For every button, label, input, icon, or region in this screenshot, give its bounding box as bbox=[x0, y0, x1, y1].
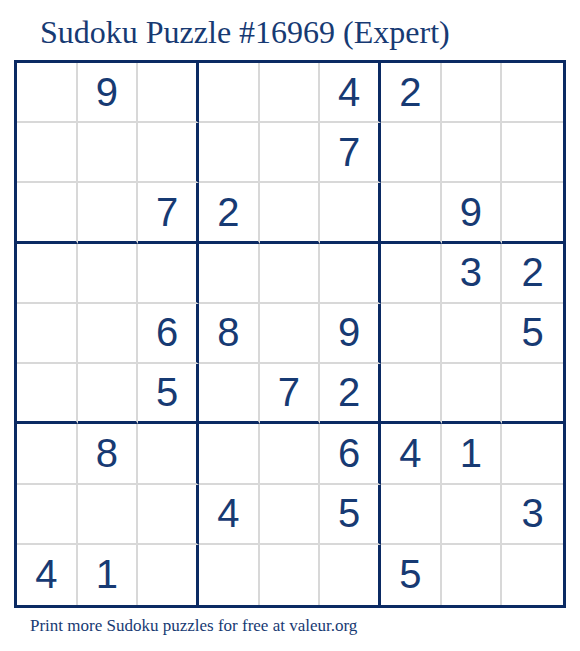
sudoku-cell-empty bbox=[502, 364, 563, 424]
sudoku-cell-empty bbox=[78, 364, 139, 424]
sudoku-grid: 94277293268955728641453415 bbox=[14, 60, 566, 608]
sudoku-cell-empty bbox=[199, 123, 260, 183]
sudoku-cell-empty bbox=[442, 485, 503, 545]
sudoku-cell-given: 5 bbox=[138, 364, 199, 424]
sudoku-cell-given: 7 bbox=[260, 364, 321, 424]
sudoku-cell-empty bbox=[381, 123, 442, 183]
sudoku-cell-given: 6 bbox=[138, 304, 199, 364]
sudoku-cell-given: 2 bbox=[381, 63, 442, 123]
sudoku-cell-empty bbox=[17, 183, 78, 243]
sudoku-cell-given: 4 bbox=[381, 424, 442, 484]
sudoku-cell-empty bbox=[78, 123, 139, 183]
sudoku-cell-empty bbox=[260, 244, 321, 304]
sudoku-cell-given: 3 bbox=[442, 244, 503, 304]
sudoku-cell-empty bbox=[199, 244, 260, 304]
page: { "game": "sudoku", "title": "Sudoku Puz… bbox=[0, 0, 580, 651]
sudoku-cell-given: 2 bbox=[320, 364, 381, 424]
footer-text: Print more Sudoku puzzles for free at va… bbox=[30, 616, 357, 636]
sudoku-cell-empty bbox=[199, 63, 260, 123]
sudoku-cell-empty bbox=[138, 63, 199, 123]
sudoku-cell-empty bbox=[320, 183, 381, 243]
sudoku-cell-empty bbox=[138, 244, 199, 304]
sudoku-cell-empty bbox=[17, 485, 78, 545]
sudoku-cell-given: 3 bbox=[502, 485, 563, 545]
sudoku-cell-empty bbox=[138, 485, 199, 545]
sudoku-cell-empty bbox=[381, 485, 442, 545]
sudoku-cell-given: 5 bbox=[381, 545, 442, 605]
sudoku-cell-empty bbox=[17, 244, 78, 304]
sudoku-cell-empty bbox=[260, 183, 321, 243]
sudoku-cell-given: 8 bbox=[78, 424, 139, 484]
sudoku-cell-empty bbox=[381, 364, 442, 424]
sudoku-cell-given: 4 bbox=[17, 545, 78, 605]
sudoku-cell-given: 5 bbox=[320, 485, 381, 545]
sudoku-cell-empty bbox=[442, 304, 503, 364]
sudoku-cell-empty bbox=[502, 545, 563, 605]
sudoku-cell-empty bbox=[78, 485, 139, 545]
sudoku-cell-empty bbox=[502, 123, 563, 183]
page-title: Sudoku Puzzle #16969 (Expert) bbox=[40, 14, 450, 51]
sudoku-cell-empty bbox=[17, 123, 78, 183]
sudoku-cell-given: 2 bbox=[199, 183, 260, 243]
sudoku-cell-empty bbox=[502, 63, 563, 123]
sudoku-cell-given: 6 bbox=[320, 424, 381, 484]
sudoku-cell-empty bbox=[78, 304, 139, 364]
sudoku-cell-empty bbox=[17, 364, 78, 424]
sudoku-cell-empty bbox=[260, 63, 321, 123]
sudoku-cell-empty bbox=[502, 424, 563, 484]
sudoku-cell-empty bbox=[442, 545, 503, 605]
sudoku-cell-empty bbox=[199, 364, 260, 424]
sudoku-cell-empty bbox=[260, 123, 321, 183]
sudoku-cell-empty bbox=[260, 545, 321, 605]
sudoku-cell-empty bbox=[17, 304, 78, 364]
sudoku-cell-empty bbox=[78, 183, 139, 243]
sudoku-cell-given: 1 bbox=[442, 424, 503, 484]
sudoku-cell-empty bbox=[138, 424, 199, 484]
sudoku-cell-empty bbox=[502, 183, 563, 243]
sudoku-cell-empty bbox=[442, 123, 503, 183]
sudoku-cell-given: 8 bbox=[199, 304, 260, 364]
sudoku-cell-given: 9 bbox=[78, 63, 139, 123]
sudoku-cell-empty bbox=[138, 545, 199, 605]
sudoku-cell-given: 9 bbox=[320, 304, 381, 364]
sudoku-cell-given: 7 bbox=[320, 123, 381, 183]
sudoku-cell-given: 9 bbox=[442, 183, 503, 243]
sudoku-cell-given: 4 bbox=[199, 485, 260, 545]
sudoku-cell-empty bbox=[17, 424, 78, 484]
sudoku-cell-empty bbox=[17, 63, 78, 123]
sudoku-cell-given: 5 bbox=[502, 304, 563, 364]
sudoku-cell-empty bbox=[260, 485, 321, 545]
sudoku-cell-empty bbox=[320, 244, 381, 304]
sudoku-cell-empty bbox=[260, 424, 321, 484]
sudoku-cell-empty bbox=[78, 244, 139, 304]
sudoku-cell-empty bbox=[138, 123, 199, 183]
sudoku-cell-given: 1 bbox=[78, 545, 139, 605]
sudoku-cell-empty bbox=[442, 63, 503, 123]
sudoku-cell-empty bbox=[442, 364, 503, 424]
sudoku-cell-given: 4 bbox=[320, 63, 381, 123]
sudoku-cell-empty bbox=[260, 304, 321, 364]
sudoku-cell-empty bbox=[381, 183, 442, 243]
sudoku-cell-empty bbox=[199, 545, 260, 605]
sudoku-cell-empty bbox=[381, 304, 442, 364]
sudoku-cell-empty bbox=[320, 545, 381, 605]
sudoku-cell-empty bbox=[381, 244, 442, 304]
sudoku-cell-empty bbox=[199, 424, 260, 484]
sudoku-cell-given: 7 bbox=[138, 183, 199, 243]
sudoku-cell-given: 2 bbox=[502, 244, 563, 304]
